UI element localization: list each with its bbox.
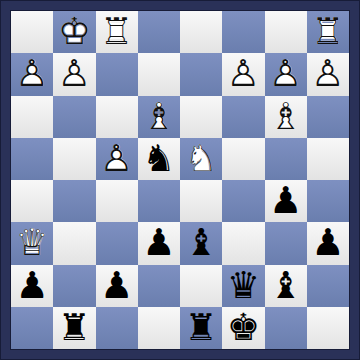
piece-white-bishop[interactable]: ♝♗ — [138, 96, 180, 138]
piece-glyph-outline: ♙ — [311, 55, 344, 92]
square-d7[interactable] — [180, 265, 222, 307]
square-c5[interactable] — [222, 180, 264, 222]
square-a6[interactable]: ♟ — [307, 222, 349, 264]
square-e6[interactable]: ♟ — [138, 222, 180, 264]
piece-glyph-outline: ♙ — [269, 55, 302, 92]
square-d2[interactable] — [180, 53, 222, 95]
square-c3[interactable] — [222, 96, 264, 138]
piece-black-queen[interactable]: ♛ — [222, 265, 264, 307]
piece-white-knight[interactable]: ♞♘ — [180, 138, 222, 180]
piece-white-pawn[interactable]: ♟♙ — [265, 53, 307, 95]
square-e5[interactable] — [138, 180, 180, 222]
piece-white-pawn[interactable]: ♟♙ — [222, 53, 264, 95]
square-f3[interactable] — [96, 96, 138, 138]
piece-glyph-fill: ♜ — [58, 309, 91, 346]
square-e1[interactable] — [138, 11, 180, 53]
piece-glyph-outline: ♙ — [16, 55, 49, 92]
square-e7[interactable] — [138, 265, 180, 307]
square-b5[interactable]: ♟ — [265, 180, 307, 222]
square-h2[interactable]: ♟♙ — [11, 53, 53, 95]
square-d4[interactable]: ♞♘ — [180, 138, 222, 180]
piece-glyph-outline: ♙ — [227, 55, 260, 92]
square-f8[interactable] — [96, 307, 138, 349]
square-c6[interactable] — [222, 222, 264, 264]
square-a5[interactable] — [307, 180, 349, 222]
piece-glyph-outline: ♖ — [100, 13, 133, 50]
square-b6[interactable] — [265, 222, 307, 264]
square-e2[interactable] — [138, 53, 180, 95]
piece-black-pawn[interactable]: ♟ — [307, 222, 349, 264]
square-a3[interactable] — [307, 96, 349, 138]
square-e4[interactable]: ♞ — [138, 138, 180, 180]
square-g6[interactable] — [53, 222, 95, 264]
square-f6[interactable] — [96, 222, 138, 264]
piece-glyph-fill: ♚ — [227, 309, 260, 346]
piece-glyph-fill: ♜ — [185, 309, 218, 346]
square-b4[interactable] — [265, 138, 307, 180]
square-b7[interactable]: ♝ — [265, 265, 307, 307]
piece-black-pawn[interactable]: ♟ — [265, 180, 307, 222]
square-c1[interactable] — [222, 11, 264, 53]
square-g8[interactable]: ♜ — [53, 307, 95, 349]
square-b1[interactable] — [265, 11, 307, 53]
square-c2[interactable]: ♟♙ — [222, 53, 264, 95]
piece-black-king[interactable]: ♚ — [222, 307, 264, 349]
square-g7[interactable] — [53, 265, 95, 307]
piece-glyph-fill: ♟ — [142, 224, 175, 261]
square-g1[interactable]: ♚♔ — [53, 11, 95, 53]
square-c4[interactable] — [222, 138, 264, 180]
square-a4[interactable] — [307, 138, 349, 180]
piece-white-rook[interactable]: ♜♖ — [96, 11, 138, 53]
square-h1[interactable] — [11, 11, 53, 53]
piece-glyph-outline: ♗ — [269, 97, 302, 134]
piece-glyph-outline: ♖ — [311, 13, 344, 50]
piece-glyph-outline: ♘ — [185, 140, 218, 177]
square-h8[interactable] — [11, 307, 53, 349]
square-f2[interactable] — [96, 53, 138, 95]
piece-black-pawn[interactable]: ♟ — [96, 265, 138, 307]
piece-glyph-outline: ♕ — [16, 224, 49, 261]
square-a2[interactable]: ♟♙ — [307, 53, 349, 95]
piece-black-bishop[interactable]: ♝ — [265, 265, 307, 307]
piece-glyph-fill: ♟ — [100, 266, 133, 303]
square-f1[interactable]: ♜♖ — [96, 11, 138, 53]
square-b3[interactable]: ♝♗ — [265, 96, 307, 138]
piece-glyph-fill: ♝ — [269, 266, 302, 303]
square-a1[interactable]: ♜♖ — [307, 11, 349, 53]
square-d3[interactable] — [180, 96, 222, 138]
piece-white-king[interactable]: ♚♔ — [53, 11, 95, 53]
square-b8[interactable] — [265, 307, 307, 349]
piece-white-rook[interactable]: ♜♖ — [307, 11, 349, 53]
piece-glyph-outline: ♔ — [58, 13, 91, 50]
square-c8[interactable]: ♚ — [222, 307, 264, 349]
square-e8[interactable] — [138, 307, 180, 349]
piece-glyph-fill: ♟ — [269, 182, 302, 219]
square-e3[interactable]: ♝♗ — [138, 96, 180, 138]
square-d1[interactable] — [180, 11, 222, 53]
piece-glyph-fill: ♟ — [311, 224, 344, 261]
square-g5[interactable] — [53, 180, 95, 222]
square-f5[interactable] — [96, 180, 138, 222]
board-frame: ♚♔♜♖♜♖♟♙♟♙♟♙♟♙♟♙♝♗♝♗♟♙♞♞♘♟♛♕♟♝♟♟♟♛♝♜♜♚ — [0, 0, 360, 360]
piece-glyph-outline: ♙ — [58, 55, 91, 92]
piece-glyph-fill: ♞ — [142, 140, 175, 177]
piece-white-queen[interactable]: ♛♕ — [11, 222, 53, 264]
piece-glyph-outline: ♙ — [100, 140, 133, 177]
square-h7[interactable]: ♟ — [11, 265, 53, 307]
piece-white-pawn[interactable]: ♟♙ — [96, 138, 138, 180]
square-g2[interactable]: ♟♙ — [53, 53, 95, 95]
piece-black-bishop[interactable]: ♝ — [180, 222, 222, 264]
piece-black-rook[interactable]: ♜ — [53, 307, 95, 349]
piece-glyph-fill: ♟ — [16, 266, 49, 303]
square-a7[interactable] — [307, 265, 349, 307]
chess-board: ♚♔♜♖♜♖♟♙♟♙♟♙♟♙♟♙♝♗♝♗♟♙♞♞♘♟♛♕♟♝♟♟♟♛♝♜♜♚ — [11, 11, 349, 349]
square-d5[interactable] — [180, 180, 222, 222]
piece-white-pawn[interactable]: ♟♙ — [53, 53, 95, 95]
square-f4[interactable]: ♟♙ — [96, 138, 138, 180]
piece-white-bishop[interactable]: ♝♗ — [265, 96, 307, 138]
square-c7[interactable]: ♛ — [222, 265, 264, 307]
square-b2[interactable]: ♟♙ — [265, 53, 307, 95]
piece-glyph-fill: ♛ — [227, 266, 260, 303]
piece-white-pawn[interactable]: ♟♙ — [307, 53, 349, 95]
piece-black-knight[interactable]: ♞ — [138, 138, 180, 180]
square-h5[interactable] — [11, 180, 53, 222]
square-g3[interactable] — [53, 96, 95, 138]
square-d8[interactable]: ♜ — [180, 307, 222, 349]
square-g4[interactable] — [53, 138, 95, 180]
square-h4[interactable] — [11, 138, 53, 180]
piece-white-pawn[interactable]: ♟♙ — [11, 53, 53, 95]
square-d6[interactable]: ♝ — [180, 222, 222, 264]
piece-black-rook[interactable]: ♜ — [180, 307, 222, 349]
square-a8[interactable] — [307, 307, 349, 349]
square-f7[interactable]: ♟ — [96, 265, 138, 307]
piece-black-pawn[interactable]: ♟ — [138, 222, 180, 264]
piece-glyph-fill: ♝ — [185, 224, 218, 261]
piece-black-pawn[interactable]: ♟ — [11, 265, 53, 307]
piece-glyph-outline: ♗ — [142, 97, 175, 134]
square-h3[interactable] — [11, 96, 53, 138]
square-h6[interactable]: ♛♕ — [11, 222, 53, 264]
